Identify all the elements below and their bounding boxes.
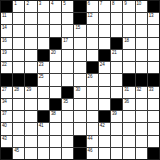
crossword-cell-r7c12[interactable]: 33: [148, 87, 159, 98]
clue-number-23: 23: [39, 62, 44, 67]
crossword-cell-r7c6[interactable]: 30: [74, 87, 85, 98]
clue-number-15: 15: [75, 25, 80, 30]
black-cell-r3c4: [50, 38, 61, 49]
crossword-cell-r7c4[interactable]: [50, 87, 61, 98]
crossword-cell-r11c9[interactable]: [111, 136, 122, 147]
clue-number-19: 19: [2, 50, 7, 55]
black-cell-r5c7: [87, 62, 98, 73]
crossword-cell-r8c10[interactable]: 36: [123, 99, 134, 110]
crossword-cell-r5c9[interactable]: [111, 62, 122, 73]
black-cell-r9c3: [38, 111, 49, 122]
crossword-cell-r4c5[interactable]: [62, 50, 73, 61]
clue-number-44: 44: [88, 136, 93, 141]
crossword-cell-r1c9[interactable]: [111, 13, 122, 24]
clue-number-46: 46: [88, 148, 93, 153]
crossword-cell-r12c1[interactable]: 45: [13, 148, 24, 159]
crossword-cell-r9c0[interactable]: 37: [1, 111, 12, 122]
crossword-cell-r11c8[interactable]: [99, 136, 110, 147]
crossword-cell-r4c4[interactable]: 20: [50, 50, 61, 61]
crossword-cell-r10c7[interactable]: [87, 123, 98, 134]
black-cell-r4c8: [99, 50, 110, 61]
crossword-cell-r5c4[interactable]: [50, 62, 61, 73]
clue-number-7: 7: [100, 1, 102, 6]
clue-number-40: 40: [2, 123, 7, 128]
crossword-cell-r12c10[interactable]: [123, 148, 134, 159]
crossword-cell-r2c8[interactable]: [99, 25, 110, 36]
clue-number-37: 37: [2, 111, 7, 116]
clue-number-36: 36: [124, 99, 129, 104]
black-cell-r8c9: [111, 99, 122, 110]
crossword-cell-r0c5[interactable]: 5: [62, 1, 73, 12]
crossword-cell-r7c9[interactable]: [111, 87, 122, 98]
crossword-cell-r3c1[interactable]: [13, 38, 24, 49]
crossword-cell-r12c2[interactable]: [25, 148, 36, 159]
crossword-cell-r2c0[interactable]: 14: [1, 25, 12, 36]
black-cell-r9c8: [99, 111, 110, 122]
crossword-cell-r9c12[interactable]: [148, 111, 159, 122]
crossword-cell-r3c3[interactable]: [38, 38, 49, 49]
crossword-cell-r0c7[interactable]: 6: [87, 1, 98, 12]
crossword-cell-r6c5[interactable]: [62, 74, 73, 85]
crossword-cell-r6c6[interactable]: [74, 74, 85, 85]
crossword-cell-r12c8[interactable]: [99, 148, 110, 159]
black-cell-r3c9: [111, 38, 122, 49]
crossword-cell-r9c10[interactable]: [123, 111, 134, 122]
crossword-cell-r5c2[interactable]: [25, 62, 36, 73]
crossword-cell-r9c6[interactable]: [74, 111, 85, 122]
crossword-cell-r10c9[interactable]: [111, 123, 122, 134]
crossword-cell-r1c11[interactable]: [136, 13, 147, 24]
clue-number-11: 11: [2, 13, 6, 18]
crossword-cell-r11c12[interactable]: [148, 136, 159, 147]
crossword-cell-r12c3[interactable]: [38, 148, 49, 159]
crossword-cell-r6c3[interactable]: 25: [38, 74, 49, 85]
crossword-cell-r2c10[interactable]: [123, 25, 134, 36]
crossword-cell-r0c11[interactable]: 10: [136, 1, 147, 12]
clue-number-3: 3: [39, 1, 41, 6]
black-cell-r12c12: [148, 148, 159, 159]
crossword-cell-r10c1[interactable]: [13, 123, 24, 134]
crossword-cell-r0c4[interactable]: 4: [50, 1, 61, 12]
clue-number-2: 2: [26, 1, 28, 6]
crossword-cell-r11c7[interactable]: 44: [87, 136, 98, 147]
clue-number-45: 45: [14, 148, 19, 153]
crossword-cell-r11c0[interactable]: 43: [1, 136, 12, 147]
crossword-cell-r5c1[interactable]: [13, 62, 24, 73]
crossword-cell-r11c3[interactable]: [38, 136, 49, 147]
crossword-cell-r7c1[interactable]: 28: [13, 87, 24, 98]
crossword-cell-r12c4[interactable]: [50, 148, 61, 159]
crossword-cell-r5c6[interactable]: [74, 62, 85, 73]
clue-number-27: 27: [2, 87, 7, 92]
clue-number-43: 43: [2, 136, 7, 141]
crossword-cell-r2c9[interactable]: [111, 25, 122, 36]
crossword-cell-r4c11[interactable]: [136, 50, 147, 61]
crossword-cell-r9c9[interactable]: 39: [111, 111, 122, 122]
crossword-cell-r8c6[interactable]: [74, 99, 85, 110]
crossword-cell-r11c1[interactable]: [13, 136, 24, 147]
crossword-cell-r11c2[interactable]: [25, 136, 36, 147]
crossword-cell-r12c7[interactable]: 46: [87, 148, 98, 159]
crossword-cell-r2c11[interactable]: [136, 25, 147, 36]
clue-number-21: 21: [112, 50, 117, 55]
crossword-cell-r2c6[interactable]: 15: [74, 25, 85, 36]
crossword-cell-r0c10[interactable]: 9: [123, 1, 134, 12]
clue-number-25: 25: [39, 74, 44, 79]
crossword-cell-r6c4[interactable]: [50, 74, 61, 85]
crossword-cell-r3c0[interactable]: 16: [1, 38, 12, 49]
crossword-cell-r9c4[interactable]: 38: [50, 111, 61, 122]
clue-number-28: 28: [14, 87, 19, 92]
clue-number-41: 41: [39, 123, 44, 128]
crossword-cell-r11c10[interactable]: [123, 136, 134, 147]
black-cell-r0c12: [148, 1, 159, 12]
crossword-cell-r8c8[interactable]: [99, 99, 110, 110]
crossword-cell-r5c10[interactable]: [123, 62, 134, 73]
crossword-cell-r3c6[interactable]: [74, 38, 85, 49]
crossword-cell-r5c5[interactable]: [62, 62, 73, 73]
crossword-cell-r4c2[interactable]: [25, 50, 36, 61]
crossword-cell-r3c5[interactable]: 17: [62, 38, 73, 49]
crossword-cell-r4c1[interactable]: [13, 50, 24, 61]
crossword-cell-r8c0[interactable]: 34: [1, 99, 12, 110]
crossword-cell-r2c1[interactable]: [13, 25, 24, 36]
crossword-cell-r8c1[interactable]: [13, 99, 24, 110]
crossword-cell-r7c7[interactable]: [87, 87, 98, 98]
black-cell-r6c11: [136, 74, 147, 85]
crossword-cell-r3c10[interactable]: 18: [123, 38, 134, 49]
crossword-cell-r9c11[interactable]: [136, 111, 147, 122]
crossword-cell-r11c4[interactable]: [50, 136, 61, 147]
crossword-cell-r7c10[interactable]: 31: [123, 87, 134, 98]
crossword-cell-r0c9[interactable]: 8: [111, 1, 122, 12]
clue-number-13: 13: [149, 13, 154, 18]
crossword-cell-r10c2[interactable]: [25, 123, 36, 134]
crossword-cell-r10c6[interactable]: [74, 123, 85, 134]
clue-number-12: 12: [88, 13, 93, 18]
crossword-cell-r0c1[interactable]: 1: [13, 1, 24, 12]
crossword-cell-r2c7[interactable]: [87, 25, 98, 36]
crossword-cell-r8c2[interactable]: [25, 99, 36, 110]
crossword-cell-r1c2[interactable]: [25, 13, 36, 24]
crossword-cell-r3c11[interactable]: [136, 38, 147, 49]
crossword-cell-r1c5[interactable]: [62, 13, 73, 24]
crossword-cell-r10c12[interactable]: [148, 123, 159, 134]
clue-number-22: 22: [2, 62, 7, 67]
crossword-cell-r10c10[interactable]: [123, 123, 134, 134]
clue-number-8: 8: [112, 1, 114, 6]
clue-number-33: 33: [149, 87, 154, 92]
clue-number-39: 39: [112, 111, 117, 116]
crossword-cell-r5c0[interactable]: 22: [1, 62, 12, 73]
crossword-cell-r4c6[interactable]: [74, 50, 85, 61]
crossword-cell-r9c7[interactable]: [87, 111, 98, 122]
crossword-cell-r8c3[interactable]: [38, 99, 49, 110]
crossword-cell-r8c5[interactable]: 35: [62, 99, 73, 110]
clue-number-31: 31: [124, 87, 129, 92]
crossword-cell-r4c12[interactable]: [148, 50, 159, 61]
crossword-cell-r8c11[interactable]: [136, 99, 147, 110]
crossword-cell-r4c9[interactable]: 21: [111, 50, 122, 61]
crossword-cell-r3c7[interactable]: [87, 38, 98, 49]
crossword-cell-r12c9[interactable]: [111, 148, 122, 159]
crossword-cell-r0c3[interactable]: 3: [38, 1, 49, 12]
crossword-cell-r1c0[interactable]: 11: [1, 13, 12, 24]
clue-number-16: 16: [2, 38, 7, 43]
crossword-cell-r5c11[interactable]: [136, 62, 147, 73]
clue-number-26: 26: [88, 74, 93, 79]
clue-number-4: 4: [51, 1, 53, 6]
black-cell-r12c0: [1, 148, 12, 159]
crossword-cell-r8c7[interactable]: [87, 99, 98, 110]
crossword-cell-r3c8[interactable]: [99, 38, 110, 49]
crossword-cell-r5c8[interactable]: 24: [99, 62, 110, 73]
clue-number-5: 5: [63, 1, 65, 6]
crossword-cell-r10c0[interactable]: 40: [1, 123, 12, 134]
clue-number-32: 32: [137, 87, 142, 92]
crossword-cell-r3c2[interactable]: [25, 38, 36, 49]
crossword-cell-r4c0[interactable]: 19: [1, 50, 12, 61]
black-cell-r0c0: [1, 1, 12, 12]
crossword-cell-r8c12[interactable]: [148, 99, 159, 110]
crossword-grid: 1234567891011121314151617181920212223242…: [0, 0, 160, 160]
black-cell-r12c6: [74, 148, 85, 159]
black-cell-r6c12: [148, 74, 159, 85]
crossword-cell-r7c2[interactable]: 29: [25, 87, 36, 98]
clue-number-30: 30: [75, 87, 80, 92]
crossword-cell-r6c9[interactable]: [111, 74, 122, 85]
black-cell-r6c2: [25, 74, 36, 85]
crossword-cell-r2c5[interactable]: [62, 25, 73, 36]
black-cell-r1c6: [74, 13, 85, 24]
crossword-cell-r7c3[interactable]: [38, 87, 49, 98]
clue-number-9: 9: [124, 1, 126, 6]
crossword-cell-r9c1[interactable]: [13, 111, 24, 122]
crossword-cell-r10c8[interactable]: 42: [99, 123, 110, 134]
black-cell-r0c6: [74, 1, 85, 12]
black-cell-r7c5: [62, 87, 73, 98]
clue-number-10: 10: [137, 1, 142, 6]
clue-number-14: 14: [2, 25, 7, 30]
black-cell-r6c1: [13, 74, 24, 85]
black-cell-r11c6: [74, 136, 85, 147]
crossword-cell-r2c2[interactable]: [25, 25, 36, 36]
crossword-cell-r2c12[interactable]: [148, 25, 159, 36]
black-cell-r6c10: [123, 74, 134, 85]
crossword-cell-r10c3[interactable]: 41: [38, 123, 49, 134]
crossword-cell-r5c3[interactable]: 23: [38, 62, 49, 73]
black-cell-r8c4: [50, 99, 61, 110]
crossword-cell-r7c11[interactable]: 32: [136, 87, 147, 98]
crossword-cell-r6c7[interactable]: 26: [87, 74, 98, 85]
clue-number-6: 6: [88, 1, 90, 6]
black-cell-r4c3: [38, 50, 49, 61]
crossword-cell-r1c12[interactable]: 13: [148, 13, 159, 24]
clue-number-38: 38: [51, 111, 56, 116]
crossword-cell-r12c5[interactable]: [62, 148, 73, 159]
clue-number-35: 35: [63, 99, 68, 104]
crossword-cell-r10c4[interactable]: [50, 123, 61, 134]
crossword-cell-r1c3[interactable]: [38, 13, 49, 24]
crossword-cell-r9c5[interactable]: [62, 111, 73, 122]
crossword-cell-r1c10[interactable]: [123, 13, 134, 24]
crossword-cell-r1c4[interactable]: [50, 13, 61, 24]
crossword-cell-r2c4[interactable]: [50, 25, 61, 36]
clue-number-24: 24: [100, 62, 105, 67]
crossword-cell-r11c5[interactable]: [62, 136, 73, 147]
crossword-cell-r1c8[interactable]: [99, 13, 110, 24]
black-cell-r6c0: [1, 74, 12, 85]
clue-number-34: 34: [2, 99, 7, 104]
crossword-cell-r5c12[interactable]: [148, 62, 159, 73]
clue-number-18: 18: [124, 38, 129, 43]
crossword-cell-r11c11[interactable]: [136, 136, 147, 147]
crossword-cell-r1c7[interactable]: 12: [87, 13, 98, 24]
crossword-cell-r0c8[interactable]: 7: [99, 1, 110, 12]
crossword-cell-r7c0[interactable]: 27: [1, 87, 12, 98]
clue-number-1: 1: [14, 1, 16, 6]
clue-number-29: 29: [26, 87, 31, 92]
crossword-cell-r10c11[interactable]: [136, 123, 147, 134]
crossword-cell-r3c12[interactable]: [148, 38, 159, 49]
crossword-cell-r4c7[interactable]: [87, 50, 98, 61]
crossword-cell-r2c3[interactable]: [38, 25, 49, 36]
crossword-cell-r0c2[interactable]: 2: [25, 1, 36, 12]
clue-number-20: 20: [51, 50, 56, 55]
crossword-cell-r4c10[interactable]: [123, 50, 134, 61]
crossword-cell-r9c2[interactable]: [25, 111, 36, 122]
crossword-cell-r10c5[interactable]: [62, 123, 73, 134]
crossword-cell-r12c11[interactable]: [136, 148, 147, 159]
crossword-cell-r1c1[interactable]: [13, 13, 24, 24]
crossword-cell-r6c8[interactable]: [99, 74, 110, 85]
clue-number-17: 17: [63, 38, 68, 43]
crossword-cell-r7c8[interactable]: [99, 87, 110, 98]
clue-number-42: 42: [100, 123, 105, 128]
